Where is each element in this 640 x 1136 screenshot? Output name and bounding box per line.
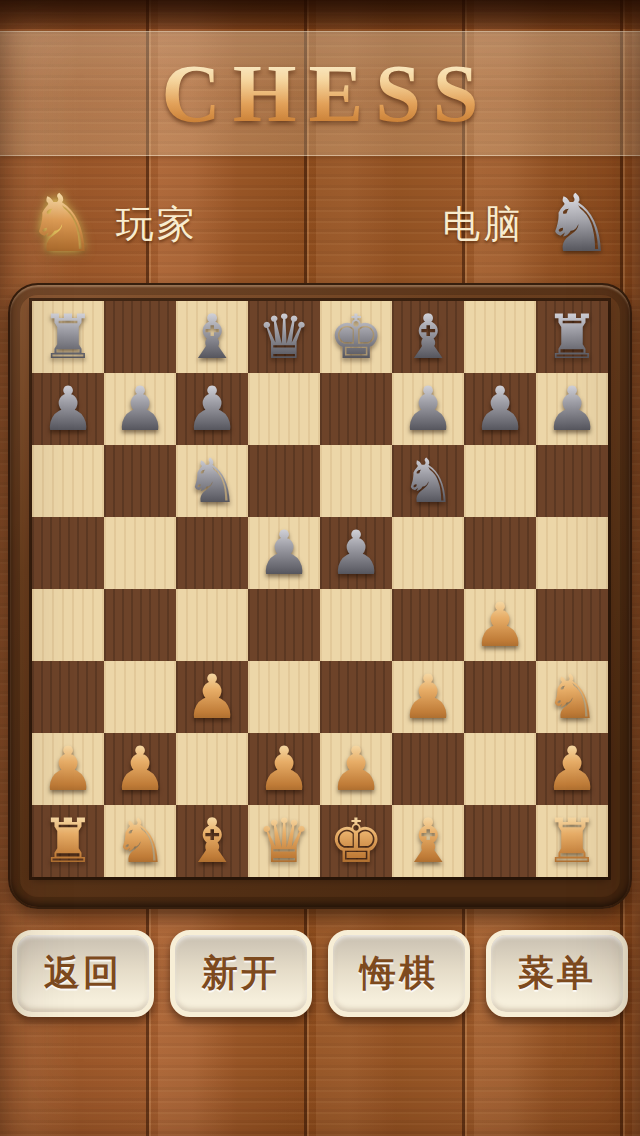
square-g6[interactable] xyxy=(464,445,536,517)
square-g1[interactable] xyxy=(464,805,536,877)
white-pawn-b2[interactable]: ♟ xyxy=(113,733,168,805)
chess-board-frame: ♜♝♛♚♝♜♟♟♟♟♟♟♞♞♟♟♟♟♟♞♟♟♟♟♟♜♞♝♛♚♝♜ xyxy=(8,283,632,909)
black-bishop-f8[interactable]: ♝ xyxy=(401,301,456,373)
square-e7[interactable] xyxy=(320,373,392,445)
square-e5[interactable]: ♟ xyxy=(320,517,392,589)
square-b6[interactable] xyxy=(104,445,176,517)
knight-silver-icon: ♞ xyxy=(542,184,614,264)
square-b7[interactable]: ♟ xyxy=(104,373,176,445)
white-pawn-a2[interactable]: ♟ xyxy=(41,733,96,805)
square-a7[interactable]: ♟ xyxy=(32,373,104,445)
square-h1[interactable]: ♜ xyxy=(536,805,608,877)
square-d8[interactable]: ♛ xyxy=(248,301,320,373)
square-d2[interactable]: ♟ xyxy=(248,733,320,805)
white-pawn-f3[interactable]: ♟ xyxy=(401,661,456,733)
square-e6[interactable] xyxy=(320,445,392,517)
white-pawn-h2[interactable]: ♟ xyxy=(545,733,600,805)
square-c1[interactable]: ♝ xyxy=(176,805,248,877)
square-c4[interactable] xyxy=(176,589,248,661)
square-c5[interactable] xyxy=(176,517,248,589)
square-h4[interactable] xyxy=(536,589,608,661)
white-bishop-f1[interactable]: ♝ xyxy=(401,805,456,877)
square-a6[interactable] xyxy=(32,445,104,517)
white-pawn-c3[interactable]: ♟ xyxy=(185,661,240,733)
square-h3[interactable]: ♞ xyxy=(536,661,608,733)
black-knight-f6[interactable]: ♞ xyxy=(401,445,456,517)
square-d5[interactable]: ♟ xyxy=(248,517,320,589)
black-pawn-f7[interactable]: ♟ xyxy=(401,373,456,445)
square-f4[interactable] xyxy=(392,589,464,661)
new-game-button[interactable]: 新开 xyxy=(170,930,312,1017)
square-g4[interactable]: ♟ xyxy=(464,589,536,661)
square-f2[interactable] xyxy=(392,733,464,805)
square-f1[interactable]: ♝ xyxy=(392,805,464,877)
menu-button[interactable]: 菜单 xyxy=(486,930,628,1017)
square-c2[interactable] xyxy=(176,733,248,805)
square-a4[interactable] xyxy=(32,589,104,661)
black-pawn-g7[interactable]: ♟ xyxy=(473,373,528,445)
black-pawn-d5[interactable]: ♟ xyxy=(257,517,312,589)
square-h6[interactable] xyxy=(536,445,608,517)
player-left: ♞ 玩家 xyxy=(26,184,198,264)
square-h7[interactable]: ♟ xyxy=(536,373,608,445)
square-h5[interactable] xyxy=(536,517,608,589)
square-a2[interactable]: ♟ xyxy=(32,733,104,805)
black-rook-h8[interactable]: ♜ xyxy=(545,301,600,373)
square-f5[interactable] xyxy=(392,517,464,589)
black-pawn-b7[interactable]: ♟ xyxy=(113,373,168,445)
top-wood-strip xyxy=(0,0,640,29)
square-g8[interactable] xyxy=(464,301,536,373)
square-g5[interactable] xyxy=(464,517,536,589)
black-pawn-h7[interactable]: ♟ xyxy=(545,373,600,445)
white-rook-a1[interactable]: ♜ xyxy=(41,805,96,877)
white-knight-b1[interactable]: ♞ xyxy=(113,805,168,877)
square-d3[interactable] xyxy=(248,661,320,733)
white-pawn-g4[interactable]: ♟ xyxy=(473,589,528,661)
square-e3[interactable] xyxy=(320,661,392,733)
square-a5[interactable] xyxy=(32,517,104,589)
square-h2[interactable]: ♟ xyxy=(536,733,608,805)
square-d4[interactable] xyxy=(248,589,320,661)
square-c6[interactable]: ♞ xyxy=(176,445,248,517)
players-row: ♞ 玩家 电脑 ♞ xyxy=(0,178,640,270)
square-c3[interactable]: ♟ xyxy=(176,661,248,733)
player-label: 玩家 xyxy=(116,199,198,250)
undo-button[interactable]: 悔棋 xyxy=(328,930,470,1017)
black-pawn-a7[interactable]: ♟ xyxy=(41,373,96,445)
square-b5[interactable] xyxy=(104,517,176,589)
square-h8[interactable]: ♜ xyxy=(536,301,608,373)
square-g2[interactable] xyxy=(464,733,536,805)
white-pawn-e2[interactable]: ♟ xyxy=(329,733,384,805)
square-g3[interactable] xyxy=(464,661,536,733)
square-f3[interactable]: ♟ xyxy=(392,661,464,733)
black-pawn-c7[interactable]: ♟ xyxy=(185,373,240,445)
black-queen-d8[interactable]: ♛ xyxy=(257,301,312,373)
square-b1[interactable]: ♞ xyxy=(104,805,176,877)
square-d1[interactable]: ♛ xyxy=(248,805,320,877)
square-a1[interactable]: ♜ xyxy=(32,805,104,877)
white-pawn-d2[interactable]: ♟ xyxy=(257,733,312,805)
square-e2[interactable]: ♟ xyxy=(320,733,392,805)
white-king-e1[interactable]: ♚ xyxy=(329,805,384,877)
back-button[interactable]: 返回 xyxy=(12,930,154,1017)
square-b4[interactable] xyxy=(104,589,176,661)
knight-gold-icon: ♞ xyxy=(26,184,98,264)
square-e4[interactable] xyxy=(320,589,392,661)
chess-board: ♜♝♛♚♝♜♟♟♟♟♟♟♞♞♟♟♟♟♟♞♟♟♟♟♟♜♞♝♛♚♝♜ xyxy=(32,301,608,877)
square-f7[interactable]: ♟ xyxy=(392,373,464,445)
square-a8[interactable]: ♜ xyxy=(32,301,104,373)
square-c7[interactable]: ♟ xyxy=(176,373,248,445)
square-c8[interactable]: ♝ xyxy=(176,301,248,373)
black-bishop-c8[interactable]: ♝ xyxy=(185,301,240,373)
computer-label: 电脑 xyxy=(442,199,524,250)
black-pawn-e5[interactable]: ♟ xyxy=(329,517,384,589)
black-king-e8[interactable]: ♚ xyxy=(329,301,384,373)
black-knight-c6[interactable]: ♞ xyxy=(185,445,240,517)
square-f6[interactable]: ♞ xyxy=(392,445,464,517)
square-g7[interactable]: ♟ xyxy=(464,373,536,445)
white-queen-d1[interactable]: ♛ xyxy=(257,805,312,877)
square-f8[interactable]: ♝ xyxy=(392,301,464,373)
black-rook-a8[interactable]: ♜ xyxy=(41,301,96,373)
square-b3[interactable] xyxy=(104,661,176,733)
square-e8[interactable]: ♚ xyxy=(320,301,392,373)
square-a3[interactable] xyxy=(32,661,104,733)
square-d6[interactable] xyxy=(248,445,320,517)
player-right: 电脑 ♞ xyxy=(442,184,614,264)
white-rook-h1[interactable]: ♜ xyxy=(545,805,600,877)
white-knight-h3[interactable]: ♞ xyxy=(545,661,600,733)
square-e1[interactable]: ♚ xyxy=(320,805,392,877)
bottom-toolbar: 返回 新开 悔棋 菜单 xyxy=(0,930,640,1017)
square-b8[interactable] xyxy=(104,301,176,373)
title-banner: CHESS xyxy=(0,31,640,156)
square-b2[interactable]: ♟ xyxy=(104,733,176,805)
square-d7[interactable] xyxy=(248,373,320,445)
white-bishop-c1[interactable]: ♝ xyxy=(185,805,240,877)
page-title: CHESS xyxy=(150,53,491,135)
